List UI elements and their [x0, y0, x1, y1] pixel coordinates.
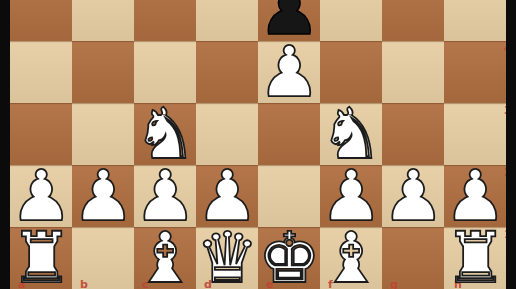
square-e1[interactable]: ♚ — [258, 227, 320, 289]
square-f5[interactable] — [320, 0, 382, 41]
square-e4[interactable]: ♟ — [258, 41, 320, 103]
square-g4[interactable] — [382, 41, 444, 103]
white-bishop[interactable]: ♝ — [134, 227, 196, 289]
square-h5[interactable] — [444, 0, 506, 41]
square-a1[interactable]: ♜ — [10, 227, 72, 289]
square-c1[interactable]: ♝ — [134, 227, 196, 289]
square-b2[interactable]: ♟ — [72, 165, 134, 227]
square-d1[interactable]: ♛ — [196, 227, 258, 289]
square-h1[interactable]: ♜ — [444, 227, 506, 289]
white-rook[interactable]: ♜ — [10, 227, 72, 289]
white-queen[interactable]: ♛ — [196, 227, 258, 289]
white-rook[interactable]: ♜ — [444, 227, 506, 289]
square-d4[interactable] — [196, 41, 258, 103]
white-king[interactable]: ♚ — [258, 227, 320, 289]
file-label-g: g — [390, 279, 398, 289]
square-g5[interactable] — [382, 0, 444, 41]
square-b4[interactable] — [72, 41, 134, 103]
square-a5[interactable] — [10, 0, 72, 41]
file-label-b: b — [80, 279, 88, 289]
white-pawn[interactable]: ♟ — [258, 41, 320, 103]
square-d5[interactable] — [196, 0, 258, 41]
square-h4[interactable] — [444, 41, 506, 103]
square-a4[interactable] — [10, 41, 72, 103]
letterbox-left — [0, 0, 10, 289]
white-pawn[interactable]: ♟ — [72, 165, 134, 227]
square-b5[interactable] — [72, 0, 134, 41]
square-f1[interactable]: ♝ — [320, 227, 382, 289]
chess-board: ♟♟♞♞♟♟♟♟♟♟♟♜♝♛♚♝♜ — [10, 0, 506, 289]
square-g2[interactable]: ♟ — [382, 165, 444, 227]
white-bishop[interactable]: ♝ — [320, 227, 382, 289]
letterbox-right — [506, 0, 516, 289]
chess-board-frame: ♟♟♞♞♟♟♟♟♟♟♟♜♝♛♚♝♜ 4321 abcdefgh — [0, 0, 516, 289]
square-c5[interactable] — [134, 0, 196, 41]
white-pawn[interactable]: ♟ — [382, 165, 444, 227]
